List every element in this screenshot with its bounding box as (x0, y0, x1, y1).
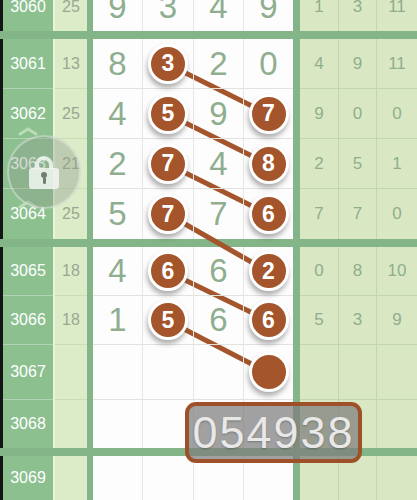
digit-cell: 7 (142, 139, 193, 189)
digit-cell: 1 (93, 296, 142, 345)
digit: 4 (209, 145, 227, 183)
digit: 5 (162, 100, 175, 127)
summary-cell (376, 400, 417, 448)
digit-cell: 4 (193, 0, 243, 31)
digit: 5 (162, 307, 175, 334)
summary-cell (376, 456, 417, 500)
digit: 4 (108, 95, 126, 133)
summary-value: 11 (388, 0, 406, 17)
value-text: 25 (62, 0, 80, 16)
digit-cell (93, 345, 142, 400)
digit-cell (93, 400, 142, 448)
digit-cell: 7 (142, 189, 193, 239)
digit-cell: 3 (142, 39, 193, 89)
digit-cell: 8 (243, 139, 293, 189)
circled-digit-marker: 5 (148, 300, 188, 340)
digit: 7 (162, 150, 175, 177)
digit-cell: 2 (243, 247, 293, 296)
summary-cell: 9 (338, 39, 376, 89)
digit-cell: 9 (93, 0, 142, 31)
summary-cell (300, 345, 338, 400)
digit-cell (243, 345, 293, 400)
circled-digit-marker: 3 (148, 44, 188, 84)
digit: 9 (108, 0, 126, 26)
summary-cell (376, 345, 417, 400)
summary-value: 7 (314, 204, 323, 224)
group-separator (0, 239, 417, 247)
caret-up-icon (18, 127, 38, 136)
digit: 3 (162, 50, 175, 77)
digit: 7 (162, 201, 175, 228)
summary-cell: 4 (300, 39, 338, 89)
digit: 8 (108, 45, 126, 83)
digit-cell: 8 (93, 39, 142, 89)
digit: 3 (159, 0, 177, 26)
summary-cell: 0 (300, 247, 338, 296)
selected-numbers-value: 054938 (192, 410, 354, 455)
group-separator (0, 31, 417, 39)
value-cell: 13 (55, 39, 87, 89)
digit-cell: 3 (142, 0, 193, 31)
summary-cell: 9 (300, 89, 338, 139)
row-label-3060[interactable]: 3060 (3, 0, 53, 31)
circled-digit-marker: 7 (148, 144, 188, 184)
summary-value: 4 (314, 54, 323, 74)
summary-value: 11 (388, 54, 406, 74)
trend-dot-marker (249, 352, 289, 392)
digit: 1 (108, 301, 126, 339)
summary-value: 9 (392, 310, 401, 330)
digit: 2 (108, 145, 126, 183)
summary-cell: 0 (338, 89, 376, 139)
value-text: 25 (62, 105, 80, 123)
draw-number: 3062 (10, 105, 46, 123)
value-text: 18 (62, 262, 80, 280)
summary-cell: 7 (338, 189, 376, 239)
summary-cell: 10 (376, 247, 417, 296)
summary-cell: 11 (376, 0, 417, 31)
summary-cell: 11 (376, 39, 417, 89)
digit: 2 (209, 45, 227, 83)
digit-cell (93, 456, 142, 500)
digit-cell (142, 456, 193, 500)
summary-value: 9 (353, 54, 362, 74)
digit: 2 (262, 258, 275, 285)
row-label-3066[interactable]: 3066 (3, 296, 53, 345)
value-cell: 25 (55, 0, 87, 31)
summary-cell: 8 (338, 247, 376, 296)
digit-cell: 2 (193, 39, 243, 89)
summary-value: 7 (353, 204, 362, 224)
circled-digit-marker: 7 (148, 194, 188, 234)
summary-value: 1 (392, 154, 401, 174)
digit-cell: 7 (193, 189, 243, 239)
circled-digit-marker: 6 (249, 194, 289, 234)
value-text: 13 (62, 55, 80, 73)
digit: 8 (262, 150, 275, 177)
trend-chart-board: 3060259349131130611383204911306225459790… (0, 0, 417, 500)
summary-cell: 1 (300, 0, 338, 31)
summary-cell: 9 (376, 296, 417, 345)
circled-digit-marker: 6 (148, 251, 188, 291)
digit-cell: 6 (142, 247, 193, 296)
lock-button[interactable] (7, 135, 81, 209)
digit: 7 (262, 100, 275, 127)
summary-value: 0 (314, 261, 323, 281)
digit: 7 (209, 195, 227, 233)
circled-digit-marker: 8 (249, 144, 289, 184)
digit: 6 (209, 252, 227, 290)
digit-cell: 6 (243, 296, 293, 345)
summary-cell: 3 (338, 0, 376, 31)
selected-numbers-overlay[interactable]: 054938 (185, 402, 362, 463)
summary-value: 0 (392, 204, 401, 224)
draw-number: 3066 (10, 311, 46, 329)
summary-value: 1 (314, 0, 323, 17)
digit-cell: 6 (243, 189, 293, 239)
digit-cell: 2 (93, 139, 142, 189)
summary-cell: 7 (300, 189, 338, 239)
circled-digit-marker: 2 (249, 251, 289, 291)
summary-value: 5 (314, 310, 323, 330)
digit-cell: 4 (93, 89, 142, 139)
circled-digit-marker: 7 (249, 94, 289, 134)
digit-cell: 7 (243, 89, 293, 139)
digit: 4 (209, 0, 227, 26)
digit: 6 (262, 307, 275, 334)
summary-value: 2 (314, 154, 323, 174)
value-cell: 18 (55, 296, 87, 345)
draw-number: 3068 (10, 415, 46, 433)
summary-value: 8 (353, 261, 362, 281)
value-text: 25 (62, 205, 80, 223)
digit-cell: 9 (243, 0, 293, 31)
summary-cell: 3 (338, 296, 376, 345)
summary-cell: 0 (376, 189, 417, 239)
digit: 5 (108, 195, 126, 233)
row-label-3067[interactable]: 3067 (3, 345, 53, 400)
summary-value: 3 (353, 310, 362, 330)
digit-cell (142, 345, 193, 400)
digit: 6 (209, 301, 227, 339)
draw-number: 3060 (10, 0, 46, 16)
digit: 6 (162, 258, 175, 285)
row-label-3065[interactable]: 3065 (3, 247, 53, 296)
digit: 9 (209, 95, 227, 133)
digit-cell: 5 (142, 89, 193, 139)
digit: 0 (259, 45, 277, 83)
draw-number: 3069 (10, 469, 46, 487)
draw-number: 3067 (10, 363, 46, 381)
value-text: 18 (62, 311, 80, 329)
summary-cell: 1 (376, 139, 417, 189)
draw-number: 3065 (10, 262, 46, 280)
digit-cell: 9 (193, 89, 243, 139)
summary-value: 3 (353, 0, 362, 17)
digit-cell (193, 345, 243, 400)
digit-cell: 6 (193, 296, 243, 345)
digit-cell: 4 (193, 139, 243, 189)
value-cell: 25 (55, 89, 87, 139)
value-cell (55, 400, 87, 448)
value-cell (55, 456, 87, 500)
draw-number: 3061 (10, 55, 46, 73)
row-label-3061[interactable]: 3061 (3, 39, 53, 89)
summary-value: 9 (314, 104, 323, 124)
summary-cell: 5 (338, 139, 376, 189)
summary-cell (338, 345, 376, 400)
digit: 9 (259, 0, 277, 26)
summary-value: 0 (392, 104, 401, 124)
row-label-3068[interactable]: 3068 (3, 400, 53, 448)
digit-cell: 0 (243, 39, 293, 89)
summary-cell: 0 (376, 89, 417, 139)
value-cell: 18 (55, 247, 87, 296)
lock-icon (29, 156, 59, 189)
value-cell (55, 345, 87, 400)
digit: 4 (108, 252, 126, 290)
circled-digit-marker: 6 (249, 300, 289, 340)
circled-digit-marker: 5 (148, 94, 188, 134)
digit-cell: 6 (193, 247, 243, 296)
summary-value: 0 (353, 104, 362, 124)
summary-cell: 2 (300, 139, 338, 189)
summary-cell: 5 (300, 296, 338, 345)
digit-cell: 5 (93, 189, 142, 239)
row-label-3062[interactable]: 3062 (3, 89, 53, 139)
summary-value: 5 (353, 154, 362, 174)
digit-cell: 5 (142, 296, 193, 345)
digit: 6 (262, 201, 275, 228)
row-label-3069[interactable]: 3069 (3, 456, 53, 500)
summary-value: 10 (388, 261, 407, 281)
digit-cell: 4 (93, 247, 142, 296)
